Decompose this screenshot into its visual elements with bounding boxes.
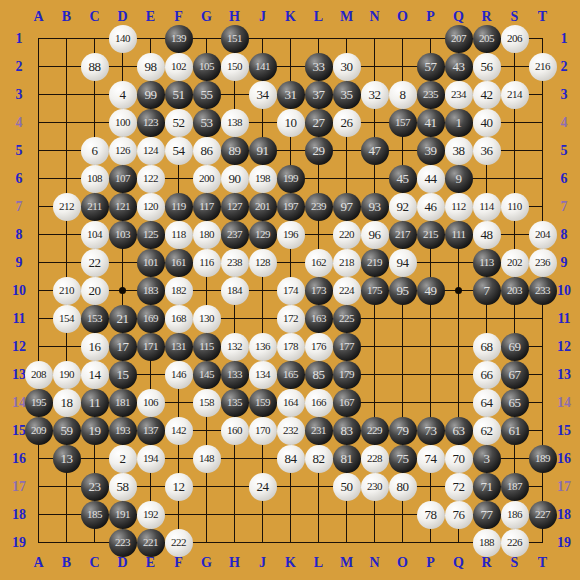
stone-L5[interactable]: 29 xyxy=(305,137,333,165)
col-label-bottom-H: H xyxy=(223,556,247,570)
stone-H2[interactable]: 150 xyxy=(221,53,249,81)
stone-G16[interactable]: 148 xyxy=(193,445,221,473)
stone-G7[interactable]: 117 xyxy=(193,193,221,221)
stone-N10[interactable]: 175 xyxy=(361,277,389,305)
stone-F8[interactable]: 118 xyxy=(165,221,193,249)
stone-move-number: 125 xyxy=(143,229,158,240)
stone-N8[interactable]: 96 xyxy=(361,221,389,249)
col-label-top-J: J xyxy=(251,10,275,24)
stone-move-number: 140 xyxy=(115,33,130,44)
stone-K10[interactable]: 174 xyxy=(277,277,305,305)
stone-D18[interactable]: 191 xyxy=(109,501,137,529)
stone-E7[interactable]: 120 xyxy=(137,193,165,221)
stone-move-number: 114 xyxy=(479,201,494,212)
stone-M2[interactable]: 30 xyxy=(333,53,361,81)
stone-J8[interactable]: 129 xyxy=(249,221,277,249)
stone-H9[interactable]: 238 xyxy=(221,249,249,277)
stone-move-number: 38 xyxy=(453,144,465,157)
stone-Q18[interactable]: 76 xyxy=(445,501,473,529)
stone-J9[interactable]: 128 xyxy=(249,249,277,277)
stone-K6[interactable]: 199 xyxy=(277,165,305,193)
stone-O6[interactable]: 45 xyxy=(389,165,417,193)
stone-G2[interactable]: 105 xyxy=(193,53,221,81)
stone-C11[interactable]: 153 xyxy=(81,305,109,333)
stone-R13[interactable]: 66 xyxy=(473,361,501,389)
stone-R9[interactable]: 113 xyxy=(473,249,501,277)
stone-K16[interactable]: 84 xyxy=(277,445,305,473)
stone-E14[interactable]: 106 xyxy=(137,389,165,417)
stone-S18[interactable]: 186 xyxy=(501,501,529,529)
col-label-top-H: H xyxy=(223,10,247,24)
stone-move-number: 116 xyxy=(199,257,214,268)
stone-J2[interactable]: 141 xyxy=(249,53,277,81)
stone-J5[interactable]: 91 xyxy=(249,137,277,165)
stone-B13[interactable]: 190 xyxy=(53,361,81,389)
stone-O17[interactable]: 80 xyxy=(389,473,417,501)
row-label-left-10: 10 xyxy=(6,284,32,298)
stone-D13[interactable]: 15 xyxy=(109,361,137,389)
stone-Q7[interactable]: 112 xyxy=(445,193,473,221)
stone-L11[interactable]: 163 xyxy=(305,305,333,333)
stone-H14[interactable]: 135 xyxy=(221,389,249,417)
stone-R3[interactable]: 42 xyxy=(473,81,501,109)
stone-D14[interactable]: 181 xyxy=(109,389,137,417)
stone-move-number: 68 xyxy=(481,340,493,353)
stone-move-number: 113 xyxy=(479,257,494,268)
stone-Q6[interactable]: 9 xyxy=(445,165,473,193)
stone-H13[interactable]: 133 xyxy=(221,361,249,389)
stone-H7[interactable]: 127 xyxy=(221,193,249,221)
stone-move-number: 137 xyxy=(143,425,158,436)
stone-R10[interactable]: 7 xyxy=(473,277,501,305)
stone-H8[interactable]: 237 xyxy=(221,221,249,249)
stone-J17[interactable]: 24 xyxy=(249,473,277,501)
stone-N17[interactable]: 230 xyxy=(361,473,389,501)
stone-L7[interactable]: 239 xyxy=(305,193,333,221)
stone-T10[interactable]: 233 xyxy=(529,277,557,305)
stone-C7[interactable]: 211 xyxy=(81,193,109,221)
stone-F3[interactable]: 51 xyxy=(165,81,193,109)
stone-G14[interactable]: 158 xyxy=(193,389,221,417)
stone-E2[interactable]: 98 xyxy=(137,53,165,81)
stone-P8[interactable]: 215 xyxy=(417,221,445,249)
row-label-left-8: 8 xyxy=(6,228,32,242)
go-board[interactable]: AABBCCDDEEFFGGHHJJKKLLMMNNOOPPQQRRSSTT11… xyxy=(0,0,580,580)
stone-D17[interactable]: 58 xyxy=(109,473,137,501)
stone-Q3[interactable]: 234 xyxy=(445,81,473,109)
stone-G13[interactable]: 145 xyxy=(193,361,221,389)
stone-S9[interactable]: 202 xyxy=(501,249,529,277)
stone-J15[interactable]: 170 xyxy=(249,417,277,445)
stone-H15[interactable]: 160 xyxy=(221,417,249,445)
stone-N3[interactable]: 32 xyxy=(361,81,389,109)
stone-D3[interactable]: 4 xyxy=(109,81,137,109)
stone-F2[interactable]: 102 xyxy=(165,53,193,81)
stone-K15[interactable]: 232 xyxy=(277,417,305,445)
stone-P4[interactable]: 41 xyxy=(417,109,445,137)
stone-K12[interactable]: 178 xyxy=(277,333,305,361)
stone-J12[interactable]: 136 xyxy=(249,333,277,361)
stone-L4[interactable]: 27 xyxy=(305,109,333,137)
stone-Q1[interactable]: 207 xyxy=(445,25,473,53)
stone-C17[interactable]: 23 xyxy=(81,473,109,501)
stone-move-number: 226 xyxy=(507,537,522,548)
stone-O16[interactable]: 75 xyxy=(389,445,417,473)
stone-move-number: 73 xyxy=(425,424,437,437)
row-label-right-15: 15 xyxy=(551,424,577,438)
stone-move-number: 151 xyxy=(227,33,242,44)
stone-B10[interactable]: 210 xyxy=(53,277,81,305)
stone-P2[interactable]: 57 xyxy=(417,53,445,81)
stone-move-number: 230 xyxy=(367,481,382,492)
stone-F1[interactable]: 139 xyxy=(165,25,193,53)
stone-move-number: 74 xyxy=(425,452,437,465)
stone-move-number: 196 xyxy=(283,229,298,240)
stone-L2[interactable]: 33 xyxy=(305,53,333,81)
stone-R19[interactable]: 188 xyxy=(473,529,501,557)
stone-P7[interactable]: 46 xyxy=(417,193,445,221)
stone-C9[interactable]: 22 xyxy=(81,249,109,277)
stone-D16[interactable]: 2 xyxy=(109,445,137,473)
stone-M12[interactable]: 177 xyxy=(333,333,361,361)
stone-K11[interactable]: 172 xyxy=(277,305,305,333)
stone-G3[interactable]: 55 xyxy=(193,81,221,109)
stone-M9[interactable]: 218 xyxy=(333,249,361,277)
stone-C14[interactable]: 11 xyxy=(81,389,109,417)
stone-C10[interactable]: 20 xyxy=(81,277,109,305)
stone-O7[interactable]: 92 xyxy=(389,193,417,221)
stone-move-number: 205 xyxy=(479,33,494,44)
col-label-top-O: O xyxy=(391,10,415,24)
stone-N5[interactable]: 47 xyxy=(361,137,389,165)
stone-R16[interactable]: 3 xyxy=(473,445,501,473)
stone-move-number: 110 xyxy=(507,201,522,212)
stone-P16[interactable]: 74 xyxy=(417,445,445,473)
stone-R1[interactable]: 205 xyxy=(473,25,501,53)
stone-K8[interactable]: 196 xyxy=(277,221,305,249)
stone-S14[interactable]: 65 xyxy=(501,389,529,417)
stone-R17[interactable]: 71 xyxy=(473,473,501,501)
stone-L12[interactable]: 176 xyxy=(305,333,333,361)
stone-move-number: 219 xyxy=(367,257,382,268)
stone-P6[interactable]: 44 xyxy=(417,165,445,193)
stone-E10[interactable]: 183 xyxy=(137,277,165,305)
stone-J7[interactable]: 201 xyxy=(249,193,277,221)
stone-S3[interactable]: 214 xyxy=(501,81,529,109)
stone-M17[interactable]: 50 xyxy=(333,473,361,501)
stone-F17[interactable]: 12 xyxy=(165,473,193,501)
stone-E9[interactable]: 101 xyxy=(137,249,165,277)
stone-R14[interactable]: 64 xyxy=(473,389,501,417)
stone-C15[interactable]: 19 xyxy=(81,417,109,445)
stone-N15[interactable]: 229 xyxy=(361,417,389,445)
stone-K13[interactable]: 165 xyxy=(277,361,305,389)
stone-F11[interactable]: 168 xyxy=(165,305,193,333)
col-label-bottom-F: F xyxy=(167,556,191,570)
stone-B11[interactable]: 154 xyxy=(53,305,81,333)
stone-P10[interactable]: 49 xyxy=(417,277,445,305)
stone-move-number: 175 xyxy=(367,285,382,296)
stone-M16[interactable]: 81 xyxy=(333,445,361,473)
stone-H10[interactable]: 184 xyxy=(221,277,249,305)
stone-F19[interactable]: 222 xyxy=(165,529,193,557)
stone-F10[interactable]: 182 xyxy=(165,277,193,305)
stone-C13[interactable]: 14 xyxy=(81,361,109,389)
stone-move-number: 108 xyxy=(87,173,102,184)
stone-move-number: 56 xyxy=(481,60,493,73)
stone-move-number: 26 xyxy=(341,116,353,129)
stone-F5[interactable]: 54 xyxy=(165,137,193,165)
stone-S13[interactable]: 67 xyxy=(501,361,529,389)
stone-move-number: 30 xyxy=(341,60,353,73)
stone-T16[interactable]: 189 xyxy=(529,445,557,473)
stone-move-number: 222 xyxy=(171,537,186,548)
stone-Q16[interactable]: 70 xyxy=(445,445,473,473)
stone-B16[interactable]: 13 xyxy=(53,445,81,473)
stone-Q15[interactable]: 63 xyxy=(445,417,473,445)
stone-T8[interactable]: 204 xyxy=(529,221,557,249)
stone-S1[interactable]: 206 xyxy=(501,25,529,53)
stone-move-number: 201 xyxy=(255,201,270,212)
stone-M14[interactable]: 167 xyxy=(333,389,361,417)
stone-M4[interactable]: 26 xyxy=(333,109,361,137)
stone-G12[interactable]: 115 xyxy=(193,333,221,361)
stone-R18[interactable]: 77 xyxy=(473,501,501,529)
stone-R12[interactable]: 68 xyxy=(473,333,501,361)
stone-move-number: 120 xyxy=(143,201,158,212)
stone-O15[interactable]: 79 xyxy=(389,417,417,445)
stone-E18[interactable]: 192 xyxy=(137,501,165,529)
col-label-top-L: L xyxy=(307,10,331,24)
stone-move-number: 55 xyxy=(201,88,213,101)
stone-D6[interactable]: 107 xyxy=(109,165,137,193)
stone-N7[interactable]: 93 xyxy=(361,193,389,221)
stone-move-number: 139 xyxy=(171,33,186,44)
stone-move-number: 216 xyxy=(535,61,550,72)
stone-R4[interactable]: 40 xyxy=(473,109,501,137)
stone-O3[interactable]: 8 xyxy=(389,81,417,109)
stone-L14[interactable]: 166 xyxy=(305,389,333,417)
stone-move-number: 47 xyxy=(369,144,381,157)
stone-L10[interactable]: 173 xyxy=(305,277,333,305)
stone-L3[interactable]: 37 xyxy=(305,81,333,109)
stone-C12[interactable]: 16 xyxy=(81,333,109,361)
stone-move-number: 118 xyxy=(171,229,186,240)
stone-move-number: 11 xyxy=(89,396,101,409)
stone-Q4[interactable]: 1 xyxy=(445,109,473,137)
stone-O4[interactable]: 157 xyxy=(389,109,417,137)
row-label-left-12: 12 xyxy=(6,340,32,354)
stone-E3[interactable]: 99 xyxy=(137,81,165,109)
stone-E19[interactable]: 221 xyxy=(137,529,165,557)
stone-C8[interactable]: 104 xyxy=(81,221,109,249)
stone-move-number: 107 xyxy=(115,173,130,184)
stone-O10[interactable]: 95 xyxy=(389,277,417,305)
stone-J6[interactable]: 198 xyxy=(249,165,277,193)
stone-S17[interactable]: 187 xyxy=(501,473,529,501)
stone-D8[interactable]: 103 xyxy=(109,221,137,249)
stone-S19[interactable]: 226 xyxy=(501,529,529,557)
col-label-top-E: E xyxy=(139,10,163,24)
stone-K3[interactable]: 31 xyxy=(277,81,305,109)
stone-L13[interactable]: 85 xyxy=(305,361,333,389)
stone-K14[interactable]: 164 xyxy=(277,389,305,417)
stone-D19[interactable]: 223 xyxy=(109,529,137,557)
stone-F12[interactable]: 131 xyxy=(165,333,193,361)
stone-D5[interactable]: 126 xyxy=(109,137,137,165)
stone-move-number: 111 xyxy=(451,229,465,240)
stone-move-number: 237 xyxy=(227,229,242,240)
row-label-right-19: 19 xyxy=(551,536,577,550)
stone-move-number: 72 xyxy=(453,480,465,493)
stone-A13[interactable]: 208 xyxy=(25,361,53,389)
stone-F9[interactable]: 161 xyxy=(165,249,193,277)
stone-move-number: 134 xyxy=(255,369,270,380)
stone-R15[interactable]: 62 xyxy=(473,417,501,445)
stone-J14[interactable]: 159 xyxy=(249,389,277,417)
stone-G4[interactable]: 53 xyxy=(193,109,221,137)
stone-move-number: 150 xyxy=(227,61,242,72)
stone-H1[interactable]: 151 xyxy=(221,25,249,53)
stone-R7[interactable]: 114 xyxy=(473,193,501,221)
stone-D12[interactable]: 17 xyxy=(109,333,137,361)
stone-O8[interactable]: 217 xyxy=(389,221,417,249)
stone-C5[interactable]: 6 xyxy=(81,137,109,165)
stone-R2[interactable]: 56 xyxy=(473,53,501,81)
stone-E11[interactable]: 169 xyxy=(137,305,165,333)
stone-B7[interactable]: 212 xyxy=(53,193,81,221)
stone-E6[interactable]: 122 xyxy=(137,165,165,193)
stone-J13[interactable]: 134 xyxy=(249,361,277,389)
stone-move-number: 1 xyxy=(456,116,462,129)
stone-Q17[interactable]: 72 xyxy=(445,473,473,501)
stone-D7[interactable]: 121 xyxy=(109,193,137,221)
stone-T2[interactable]: 216 xyxy=(529,53,557,81)
stone-F4[interactable]: 52 xyxy=(165,109,193,137)
col-label-top-N: N xyxy=(363,10,387,24)
stone-move-number: 41 xyxy=(425,116,437,129)
stone-M3[interactable]: 35 xyxy=(333,81,361,109)
stone-move-number: 59 xyxy=(61,424,73,437)
stone-move-number: 132 xyxy=(227,341,242,352)
stone-E8[interactable]: 125 xyxy=(137,221,165,249)
stone-move-number: 62 xyxy=(481,424,493,437)
stone-C6[interactable]: 108 xyxy=(81,165,109,193)
stone-L15[interactable]: 231 xyxy=(305,417,333,445)
stone-H4[interactable]: 138 xyxy=(221,109,249,137)
stone-D11[interactable]: 21 xyxy=(109,305,137,333)
stone-E16[interactable]: 194 xyxy=(137,445,165,473)
stone-B14[interactable]: 18 xyxy=(53,389,81,417)
stone-P18[interactable]: 78 xyxy=(417,501,445,529)
stone-E15[interactable]: 137 xyxy=(137,417,165,445)
col-label-bottom-Q: Q xyxy=(447,556,471,570)
stone-S15[interactable]: 61 xyxy=(501,417,529,445)
stone-P3[interactable]: 235 xyxy=(417,81,445,109)
stone-move-number: 200 xyxy=(199,173,214,184)
stone-P15[interactable]: 73 xyxy=(417,417,445,445)
stone-C2[interactable]: 88 xyxy=(81,53,109,81)
stone-move-number: 221 xyxy=(143,537,158,548)
stone-move-number: 43 xyxy=(453,60,465,73)
stone-move-number: 211 xyxy=(87,201,102,212)
col-label-bottom-L: L xyxy=(307,556,331,570)
stone-K4[interactable]: 10 xyxy=(277,109,305,137)
stone-M11[interactable]: 225 xyxy=(333,305,361,333)
stone-move-number: 39 xyxy=(425,144,437,157)
stone-N9[interactable]: 219 xyxy=(361,249,389,277)
stone-S12[interactable]: 69 xyxy=(501,333,529,361)
stone-R5[interactable]: 36 xyxy=(473,137,501,165)
stone-G8[interactable]: 180 xyxy=(193,221,221,249)
stone-Q5[interactable]: 38 xyxy=(445,137,473,165)
stone-M15[interactable]: 83 xyxy=(333,417,361,445)
stone-F13[interactable]: 146 xyxy=(165,361,193,389)
stone-G11[interactable]: 130 xyxy=(193,305,221,333)
stone-F15[interactable]: 142 xyxy=(165,417,193,445)
stone-P5[interactable]: 39 xyxy=(417,137,445,165)
row-label-left-5: 5 xyxy=(6,144,32,158)
stone-S10[interactable]: 203 xyxy=(501,277,529,305)
stone-T9[interactable]: 236 xyxy=(529,249,557,277)
stone-L9[interactable]: 162 xyxy=(305,249,333,277)
stone-G9[interactable]: 116 xyxy=(193,249,221,277)
stone-K7[interactable]: 197 xyxy=(277,193,305,221)
stone-move-number: 117 xyxy=(199,201,214,212)
stone-D1[interactable]: 140 xyxy=(109,25,137,53)
stone-Q8[interactable]: 111 xyxy=(445,221,473,249)
row-label-right-5: 5 xyxy=(551,144,577,158)
stone-H5[interactable]: 89 xyxy=(221,137,249,165)
stone-A15[interactable]: 209 xyxy=(25,417,53,445)
stone-D4[interactable]: 100 xyxy=(109,109,137,137)
stone-D15[interactable]: 193 xyxy=(109,417,137,445)
stone-Q2[interactable]: 43 xyxy=(445,53,473,81)
stone-move-number: 212 xyxy=(59,201,74,212)
stone-N16[interactable]: 228 xyxy=(361,445,389,473)
stone-move-number: 2 xyxy=(120,452,126,465)
col-label-top-P: P xyxy=(419,10,443,24)
stone-L16[interactable]: 82 xyxy=(305,445,333,473)
stone-H12[interactable]: 132 xyxy=(221,333,249,361)
stone-M7[interactable]: 97 xyxy=(333,193,361,221)
stone-O9[interactable]: 94 xyxy=(389,249,417,277)
stone-move-number: 106 xyxy=(143,397,158,408)
stone-G6[interactable]: 200 xyxy=(193,165,221,193)
stone-R8[interactable]: 48 xyxy=(473,221,501,249)
stone-J3[interactable]: 34 xyxy=(249,81,277,109)
stone-H6[interactable]: 90 xyxy=(221,165,249,193)
col-label-bottom-T: T xyxy=(531,556,555,570)
stone-F7[interactable]: 119 xyxy=(165,193,193,221)
stone-M13[interactable]: 179 xyxy=(333,361,361,389)
stone-C18[interactable]: 185 xyxy=(81,501,109,529)
stone-E12[interactable]: 171 xyxy=(137,333,165,361)
stone-G5[interactable]: 86 xyxy=(193,137,221,165)
stone-move-number: 231 xyxy=(311,425,326,436)
stone-S7[interactable]: 110 xyxy=(501,193,529,221)
stone-A14[interactable]: 195 xyxy=(25,389,53,417)
stone-M10[interactable]: 224 xyxy=(333,277,361,305)
stone-B15[interactable]: 59 xyxy=(53,417,81,445)
stone-move-number: 17 xyxy=(117,340,129,353)
stone-E5[interactable]: 124 xyxy=(137,137,165,165)
stone-E4[interactable]: 123 xyxy=(137,109,165,137)
stone-move-number: 27 xyxy=(313,116,325,129)
stone-M8[interactable]: 220 xyxy=(333,221,361,249)
stone-T18[interactable]: 227 xyxy=(529,501,557,529)
stone-move-number: 124 xyxy=(143,145,158,156)
